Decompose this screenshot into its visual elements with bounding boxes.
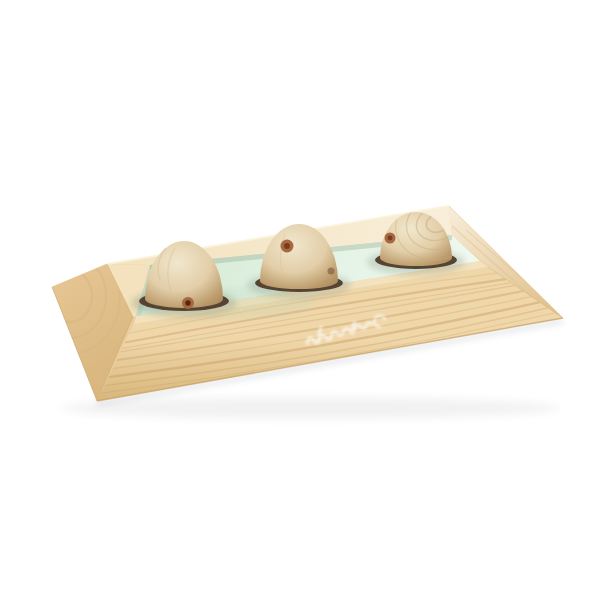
ball-3-knot-core [388,236,393,241]
ball-2-knot-core [284,243,290,249]
product-photo [0,0,600,600]
ball-1-knot-core [185,300,190,305]
shell-game-board-scene [0,0,600,600]
